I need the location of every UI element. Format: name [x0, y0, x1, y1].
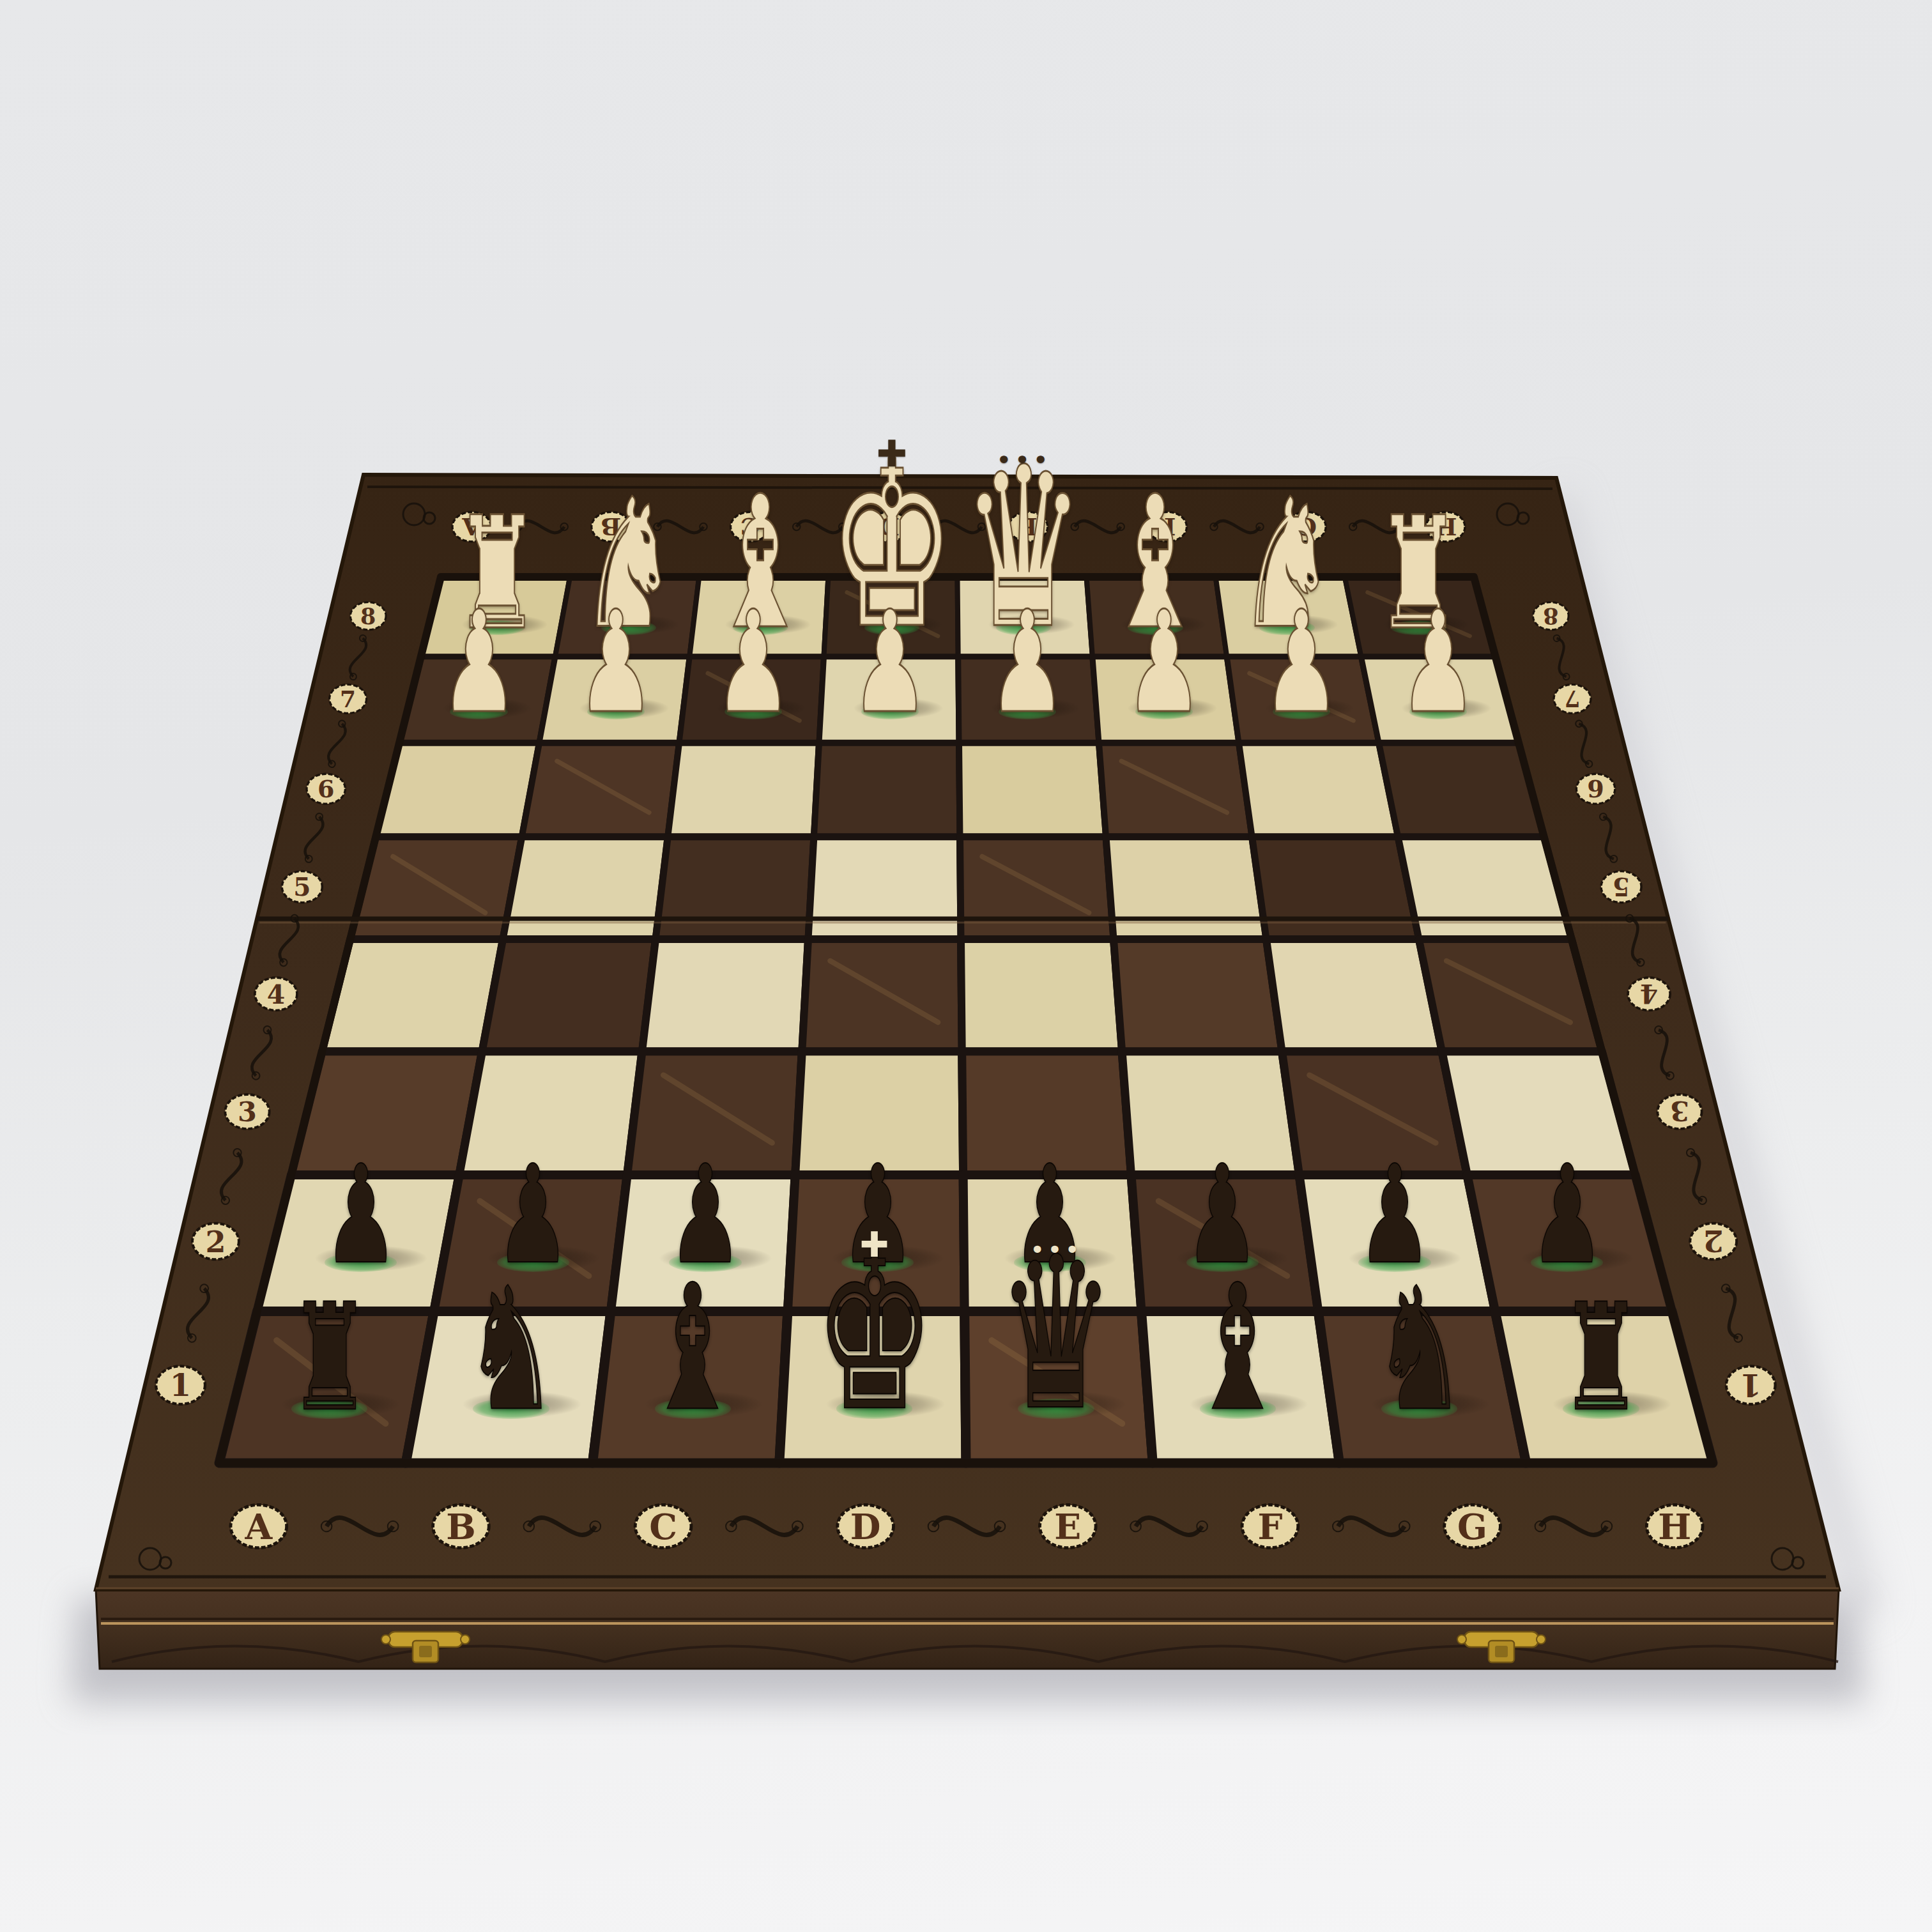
finial-accent: ✚ [860, 1228, 889, 1262]
finial-accent: ✚ [877, 436, 907, 473]
piece-white-pawn-a7[interactable]: ♟ [440, 592, 517, 733]
finial-accent: ••• [1030, 1238, 1082, 1263]
piece-white-pawn-c7[interactable]: ♟ [714, 592, 792, 733]
pieces-layer: ♜♞♝♚✚♛•••♝♞♜♟♟♟♟♟♟♟♟♟♟♟♟♟♟♟♟♜♞♝♚✚♛•••♝♞♜ [0, 0, 1932, 1932]
piece-white-pawn-g7[interactable]: ♟ [1262, 592, 1340, 733]
finial-accent: ••• [996, 447, 1051, 473]
piece-white-pawn-b7[interactable]: ♟ [577, 592, 655, 733]
piece-white-pawn-d7[interactable]: ♟ [851, 592, 929, 733]
piece-white-pawn-h7[interactable]: ♟ [1399, 592, 1477, 733]
piece-black-knight-g1[interactable]: ♞ [1372, 1265, 1466, 1434]
piece-black-rook-h1[interactable]: ♜ [1560, 1284, 1643, 1432]
piece-white-pawn-f7[interactable]: ♟ [1125, 592, 1203, 733]
piece-black-knight-b1[interactable]: ♞ [464, 1265, 558, 1434]
piece-black-bishop-c1[interactable]: ♝ [645, 1261, 741, 1435]
photo-backdrop: AABBCCDDEEFFGGHH1122334455667788 ♜♞♝♚✚♛•… [0, 0, 1932, 1932]
piece-white-pawn-e7[interactable]: ♟ [988, 592, 1066, 733]
piece-black-pawn-a2[interactable]: ♟ [323, 1148, 399, 1284]
piece-black-pawn-h2[interactable]: ♟ [1529, 1148, 1605, 1284]
piece-black-rook-a1[interactable]: ♜ [288, 1284, 371, 1432]
piece-black-bishop-f1[interactable]: ♝ [1190, 1261, 1286, 1435]
